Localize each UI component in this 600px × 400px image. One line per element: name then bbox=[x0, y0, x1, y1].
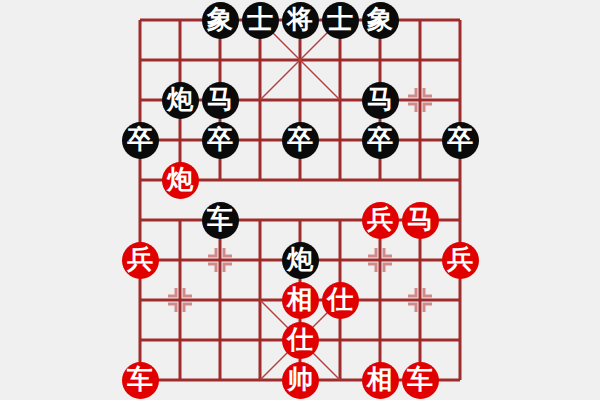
piece-black-horse[interactable]: 马 bbox=[362, 82, 399, 119]
piece-black-elephant[interactable]: 象 bbox=[202, 2, 239, 39]
position-marker-corner bbox=[184, 288, 192, 296]
piece-black-pawn[interactable]: 卒 bbox=[282, 122, 319, 159]
piece-red-cannon[interactable]: 炮 bbox=[162, 162, 199, 199]
position-marker-corner bbox=[208, 248, 216, 256]
position-marker-corner bbox=[384, 248, 392, 256]
piece-black-horse[interactable]: 马 bbox=[202, 82, 239, 119]
position-marker-corner bbox=[424, 88, 432, 96]
position-marker-corner bbox=[208, 264, 216, 272]
piece-red-general[interactable]: 帅 bbox=[282, 362, 319, 399]
piece-black-pawn[interactable]: 卒 bbox=[362, 122, 399, 159]
position-marker-corner bbox=[168, 288, 176, 296]
piece-red-advisor[interactable]: 仕 bbox=[322, 282, 359, 319]
piece-black-pawn[interactable]: 卒 bbox=[122, 122, 159, 159]
piece-black-elephant[interactable]: 象 bbox=[362, 2, 399, 39]
piece-black-cannon[interactable]: 炮 bbox=[282, 242, 319, 279]
piece-black-pawn[interactable]: 卒 bbox=[442, 122, 479, 159]
position-marker-corner bbox=[408, 304, 416, 312]
piece-red-chariot[interactable]: 车 bbox=[122, 362, 159, 399]
piece-red-horse[interactable]: 马 bbox=[402, 202, 439, 239]
position-marker-corner bbox=[224, 264, 232, 272]
piece-red-pawn[interactable]: 兵 bbox=[122, 242, 159, 279]
piece-black-cannon[interactable]: 炮 bbox=[162, 82, 199, 119]
position-marker-corner bbox=[408, 288, 416, 296]
piece-black-pawn[interactable]: 卒 bbox=[202, 122, 239, 159]
piece-red-elephant[interactable]: 相 bbox=[362, 362, 399, 399]
piece-red-chariot[interactable]: 车 bbox=[402, 362, 439, 399]
piece-red-elephant[interactable]: 相 bbox=[282, 282, 319, 319]
piece-red-pawn[interactable]: 兵 bbox=[362, 202, 399, 239]
position-marker-corner bbox=[424, 304, 432, 312]
piece-black-advisor[interactable]: 士 bbox=[322, 2, 359, 39]
position-marker-corner bbox=[424, 104, 432, 112]
piece-black-chariot[interactable]: 车 bbox=[202, 202, 239, 239]
position-marker-corner bbox=[184, 304, 192, 312]
position-marker-corner bbox=[368, 264, 376, 272]
piece-black-general[interactable]: 将 bbox=[282, 2, 319, 39]
piece-black-advisor[interactable]: 士 bbox=[242, 2, 279, 39]
position-marker-corner bbox=[168, 304, 176, 312]
position-marker-corner bbox=[224, 248, 232, 256]
xiangqi-board: 象士将士象炮马马卒卒卒卒卒车炮炮兵马兵兵相仕仕车帅相车 bbox=[0, 0, 600, 400]
position-marker-corner bbox=[368, 248, 376, 256]
position-marker-corner bbox=[408, 88, 416, 96]
position-marker-corner bbox=[424, 288, 432, 296]
xiangqi-app: 象士将士象炮马马卒卒卒卒卒车炮炮兵马兵兵相仕仕车帅相车 bbox=[0, 0, 600, 400]
position-marker-corner bbox=[408, 104, 416, 112]
position-marker-corner bbox=[384, 264, 392, 272]
piece-red-advisor[interactable]: 仕 bbox=[282, 322, 319, 359]
piece-red-pawn[interactable]: 兵 bbox=[442, 242, 479, 279]
